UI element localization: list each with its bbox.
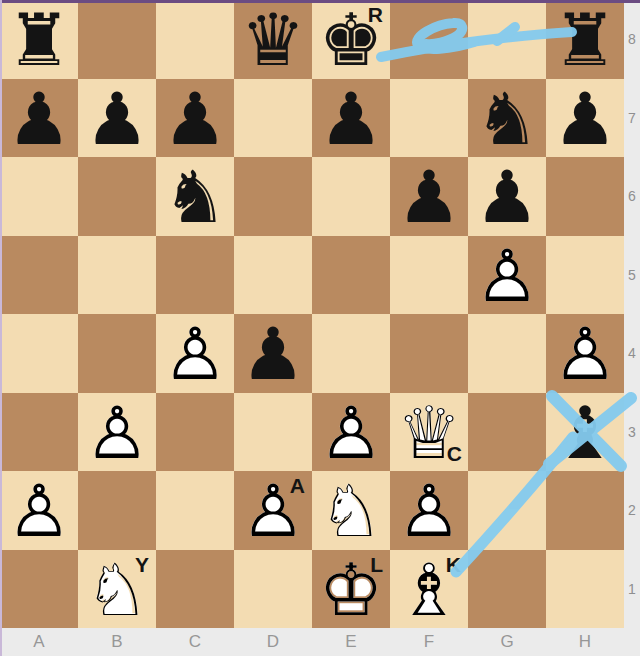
- square-g3[interactable]: [468, 393, 546, 472]
- square-d8[interactable]: ♛: [234, 0, 312, 79]
- square-f5[interactable]: [390, 236, 468, 315]
- white-pawn-f2[interactable]: ♟♙: [390, 471, 468, 550]
- rank-label-6: 6: [624, 157, 640, 236]
- piece-letter-label-e8: R: [368, 4, 383, 25]
- square-f2[interactable]: ♟♙: [390, 471, 468, 550]
- chess-board-app: ♜♛♚R♜8♟♟♟♟♞♟7♞♟♟6♟♙5♟♙♟♟♙4♟♙♟♙♛♕C♝3♟♙♟♙A…: [0, 0, 640, 656]
- white-piece-outline: ♙: [546, 314, 624, 393]
- file-label-F: F: [390, 628, 468, 656]
- black-rook-a8[interactable]: ♜: [0, 0, 78, 79]
- white-piece-outline: ♙: [312, 393, 390, 472]
- black-pawn-g6[interactable]: ♟: [468, 157, 546, 236]
- square-a5[interactable]: [0, 236, 78, 315]
- square-b1[interactable]: ♞♘Y: [78, 550, 156, 629]
- square-b8[interactable]: [78, 0, 156, 79]
- square-b4[interactable]: [78, 314, 156, 393]
- rank-label-8: 8: [624, 0, 640, 79]
- white-pawn-c4[interactable]: ♟♙: [156, 314, 234, 393]
- square-d6[interactable]: [234, 157, 312, 236]
- square-a7[interactable]: ♟: [0, 79, 78, 158]
- square-g6[interactable]: ♟: [468, 157, 546, 236]
- square-h5[interactable]: [546, 236, 624, 315]
- square-e3[interactable]: ♟♙: [312, 393, 390, 472]
- black-pawn-b7[interactable]: ♟: [78, 79, 156, 158]
- square-h2[interactable]: [546, 471, 624, 550]
- square-f1[interactable]: ♝♗K: [390, 550, 468, 629]
- square-f7[interactable]: [390, 79, 468, 158]
- left-edge-strip: [0, 0, 2, 656]
- square-h4[interactable]: ♟♙: [546, 314, 624, 393]
- square-e6[interactable]: [312, 157, 390, 236]
- square-b7[interactable]: ♟: [78, 79, 156, 158]
- square-c5[interactable]: [156, 236, 234, 315]
- square-f6[interactable]: ♟: [390, 157, 468, 236]
- square-d3[interactable]: [234, 393, 312, 472]
- square-a3[interactable]: [0, 393, 78, 472]
- square-d2[interactable]: ♟♙A: [234, 471, 312, 550]
- white-pawn-e3[interactable]: ♟♙: [312, 393, 390, 472]
- file-label-B: B: [78, 628, 156, 656]
- black-knight-c6[interactable]: ♞: [156, 157, 234, 236]
- file-label-A: A: [0, 628, 78, 656]
- black-pawn-d4[interactable]: ♟: [234, 314, 312, 393]
- square-d4[interactable]: ♟: [234, 314, 312, 393]
- rank-label-7: 7: [624, 79, 640, 158]
- file-label-G: G: [468, 628, 546, 656]
- white-pawn-h4[interactable]: ♟♙: [546, 314, 624, 393]
- white-piece-outline: ♙: [156, 314, 234, 393]
- square-h8[interactable]: ♜: [546, 0, 624, 79]
- square-c2[interactable]: [156, 471, 234, 550]
- square-b2[interactable]: [78, 471, 156, 550]
- file-label-D: D: [234, 628, 312, 656]
- square-g8[interactable]: [468, 0, 546, 79]
- square-a2[interactable]: ♟♙: [0, 471, 78, 550]
- square-c3[interactable]: [156, 393, 234, 472]
- square-e4[interactable]: [312, 314, 390, 393]
- piece-letter-label-f3: C: [447, 443, 462, 464]
- file-label-E: E: [312, 628, 390, 656]
- white-pawn-g5[interactable]: ♟♙: [468, 236, 546, 315]
- square-f3[interactable]: ♛♕C: [390, 393, 468, 472]
- black-pawn-e7[interactable]: ♟: [312, 79, 390, 158]
- square-h6[interactable]: [546, 157, 624, 236]
- square-h3[interactable]: ♝: [546, 393, 624, 472]
- square-h1[interactable]: [546, 550, 624, 629]
- square-e5[interactable]: [312, 236, 390, 315]
- square-e2[interactable]: ♞♘: [312, 471, 390, 550]
- square-a8[interactable]: ♜: [0, 0, 78, 79]
- white-piece-outline: ♘: [312, 471, 390, 550]
- square-c7[interactable]: ♟: [156, 79, 234, 158]
- black-pawn-c7[interactable]: ♟: [156, 79, 234, 158]
- gutter-corner: [624, 628, 640, 656]
- square-g7[interactable]: ♞: [468, 79, 546, 158]
- square-f8[interactable]: [390, 0, 468, 79]
- square-d1[interactable]: [234, 550, 312, 629]
- white-piece-outline: ♙: [390, 471, 468, 550]
- square-e8[interactable]: ♚R: [312, 0, 390, 79]
- black-pawn-f6[interactable]: ♟: [390, 157, 468, 236]
- white-piece-outline: ♙: [78, 393, 156, 472]
- black-bishop-h3[interactable]: ♝: [546, 393, 624, 472]
- square-g4[interactable]: [468, 314, 546, 393]
- square-b5[interactable]: [78, 236, 156, 315]
- square-g5[interactable]: ♟♙: [468, 236, 546, 315]
- black-queen-d8[interactable]: ♛: [234, 0, 312, 79]
- top-edge-line: [0, 0, 640, 3]
- piece-letter-label-e1: L: [370, 554, 383, 575]
- file-label-H: H: [546, 628, 624, 656]
- white-pawn-a2[interactable]: ♟♙: [0, 471, 78, 550]
- square-e1[interactable]: ♚♔L: [312, 550, 390, 629]
- square-a6[interactable]: [0, 157, 78, 236]
- rank-label-3: 3: [624, 393, 640, 472]
- white-knight-e2[interactable]: ♞♘: [312, 471, 390, 550]
- square-d7[interactable]: [234, 79, 312, 158]
- square-h7[interactable]: ♟: [546, 79, 624, 158]
- piece-letter-label-b1: Y: [135, 554, 149, 575]
- piece-letter-label-f1: K: [446, 554, 461, 575]
- piece-letter-label-d2: A: [290, 475, 305, 496]
- square-e7[interactable]: ♟: [312, 79, 390, 158]
- black-pawn-a7[interactable]: ♟: [0, 79, 78, 158]
- rank-label-5: 5: [624, 236, 640, 315]
- square-b6[interactable]: [78, 157, 156, 236]
- black-rook-h8[interactable]: ♜: [546, 0, 624, 79]
- square-b3[interactable]: ♟♙: [78, 393, 156, 472]
- rank-label-4: 4: [624, 314, 640, 393]
- rank-label-1: 1: [624, 550, 640, 629]
- square-c4[interactable]: ♟♙: [156, 314, 234, 393]
- square-c8[interactable]: [156, 0, 234, 79]
- black-knight-g7[interactable]: ♞: [468, 79, 546, 158]
- square-a1[interactable]: [0, 550, 78, 629]
- square-d5[interactable]: [234, 236, 312, 315]
- white-piece-outline: ♙: [468, 236, 546, 315]
- square-a4[interactable]: [0, 314, 78, 393]
- white-piece-outline: ♙: [0, 471, 78, 550]
- black-pawn-h7[interactable]: ♟: [546, 79, 624, 158]
- square-g2[interactable]: [468, 471, 546, 550]
- file-label-C: C: [156, 628, 234, 656]
- square-c1[interactable]: [156, 550, 234, 629]
- rank-label-2: 2: [624, 471, 640, 550]
- square-g1[interactable]: [468, 550, 546, 629]
- square-f4[interactable]: [390, 314, 468, 393]
- square-c6[interactable]: ♞: [156, 157, 234, 236]
- white-pawn-b3[interactable]: ♟♙: [78, 393, 156, 472]
- chess-board: ♜♛♚R♜8♟♟♟♟♞♟7♞♟♟6♟♙5♟♙♟♟♙4♟♙♟♙♛♕C♝3♟♙♟♙A…: [0, 0, 640, 656]
